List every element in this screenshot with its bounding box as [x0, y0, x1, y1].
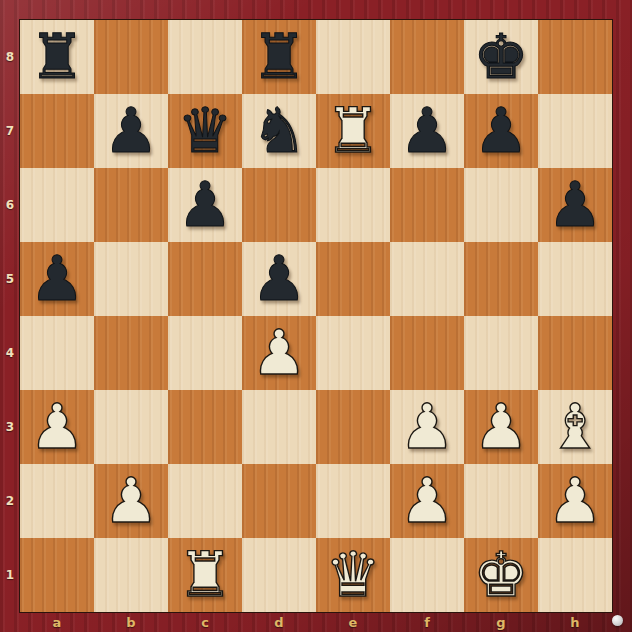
square-h3[interactable]: ♝ — [538, 390, 612, 464]
square-h1[interactable] — [538, 538, 612, 612]
square-f7[interactable]: ♟ — [390, 94, 464, 168]
file-labels: abcdefgh — [20, 612, 612, 632]
square-c8[interactable] — [168, 20, 242, 94]
white-king[interactable]: ♚ — [473, 538, 529, 612]
white-rook[interactable]: ♜ — [177, 538, 233, 612]
file-label-f: f — [390, 612, 464, 632]
white-pawn[interactable]: ♟ — [103, 464, 159, 538]
board-frame: ♜♜♚♟♛♞♜♟♟♟♟♟♟♟♟♟♟♝♟♟♟♜♛♚ 87654321 abcdef… — [0, 0, 632, 632]
file-label-d: d — [242, 612, 316, 632]
square-b3[interactable] — [94, 390, 168, 464]
square-g1[interactable]: ♚ — [464, 538, 538, 612]
chess-board: ♜♜♚♟♛♞♜♟♟♟♟♟♟♟♟♟♟♝♟♟♟♜♛♚ — [20, 20, 612, 612]
rank-label-5: 5 — [0, 242, 20, 316]
file-label-c: c — [168, 612, 242, 632]
square-h5[interactable] — [538, 242, 612, 316]
black-pawn[interactable]: ♟ — [29, 242, 85, 316]
corner-dot — [612, 615, 623, 626]
file-label-h: h — [538, 612, 612, 632]
square-a4[interactable] — [20, 316, 94, 390]
square-d1[interactable] — [242, 538, 316, 612]
square-d7[interactable]: ♞ — [242, 94, 316, 168]
square-a5[interactable]: ♟ — [20, 242, 94, 316]
black-king[interactable]: ♚ — [473, 20, 529, 94]
square-e1[interactable]: ♛ — [316, 538, 390, 612]
square-d8[interactable]: ♜ — [242, 20, 316, 94]
rank-label-7: 7 — [0, 94, 20, 168]
square-a7[interactable] — [20, 94, 94, 168]
square-d5[interactable]: ♟ — [242, 242, 316, 316]
square-f6[interactable] — [390, 168, 464, 242]
square-c4[interactable] — [168, 316, 242, 390]
black-queen[interactable]: ♛ — [177, 94, 233, 168]
square-f5[interactable] — [390, 242, 464, 316]
square-c7[interactable]: ♛ — [168, 94, 242, 168]
white-pawn[interactable]: ♟ — [29, 390, 85, 464]
black-pawn[interactable]: ♟ — [177, 168, 233, 242]
black-pawn[interactable]: ♟ — [399, 94, 455, 168]
square-h7[interactable] — [538, 94, 612, 168]
white-queen[interactable]: ♛ — [325, 538, 381, 612]
square-d3[interactable] — [242, 390, 316, 464]
square-g3[interactable]: ♟ — [464, 390, 538, 464]
square-a6[interactable] — [20, 168, 94, 242]
white-pawn[interactable]: ♟ — [473, 390, 529, 464]
rank-label-4: 4 — [0, 316, 20, 390]
square-e4[interactable] — [316, 316, 390, 390]
square-e2[interactable] — [316, 464, 390, 538]
rank-label-3: 3 — [0, 390, 20, 464]
rank-labels: 87654321 — [0, 20, 20, 612]
white-pawn[interactable]: ♟ — [399, 390, 455, 464]
square-f1[interactable] — [390, 538, 464, 612]
square-h2[interactable]: ♟ — [538, 464, 612, 538]
square-e6[interactable] — [316, 168, 390, 242]
file-label-g: g — [464, 612, 538, 632]
square-f3[interactable]: ♟ — [390, 390, 464, 464]
rank-label-1: 1 — [0, 538, 20, 612]
square-b6[interactable] — [94, 168, 168, 242]
rank-label-6: 6 — [0, 168, 20, 242]
white-pawn[interactable]: ♟ — [251, 316, 307, 390]
square-c2[interactable] — [168, 464, 242, 538]
white-rook[interactable]: ♜ — [325, 94, 381, 168]
rank-label-2: 2 — [0, 464, 20, 538]
rank-label-8: 8 — [0, 20, 20, 94]
square-e5[interactable] — [316, 242, 390, 316]
square-h4[interactable] — [538, 316, 612, 390]
square-g5[interactable] — [464, 242, 538, 316]
black-knight[interactable]: ♞ — [251, 94, 307, 168]
white-bishop[interactable]: ♝ — [547, 390, 603, 464]
file-label-b: b — [94, 612, 168, 632]
square-c1[interactable]: ♜ — [168, 538, 242, 612]
black-rook[interactable]: ♜ — [251, 20, 307, 94]
square-b8[interactable] — [94, 20, 168, 94]
square-g4[interactable] — [464, 316, 538, 390]
square-e3[interactable] — [316, 390, 390, 464]
square-a2[interactable] — [20, 464, 94, 538]
square-h8[interactable] — [538, 20, 612, 94]
file-label-a: a — [20, 612, 94, 632]
black-pawn[interactable]: ♟ — [547, 168, 603, 242]
square-d2[interactable] — [242, 464, 316, 538]
square-b7[interactable]: ♟ — [94, 94, 168, 168]
square-c6[interactable]: ♟ — [168, 168, 242, 242]
black-rook[interactable]: ♜ — [29, 20, 85, 94]
black-pawn[interactable]: ♟ — [251, 242, 307, 316]
square-g7[interactable]: ♟ — [464, 94, 538, 168]
square-g8[interactable]: ♚ — [464, 20, 538, 94]
square-a1[interactable] — [20, 538, 94, 612]
square-b1[interactable] — [94, 538, 168, 612]
square-d6[interactable] — [242, 168, 316, 242]
square-c5[interactable] — [168, 242, 242, 316]
square-d4[interactable]: ♟ — [242, 316, 316, 390]
square-g6[interactable] — [464, 168, 538, 242]
black-pawn[interactable]: ♟ — [103, 94, 159, 168]
square-a8[interactable]: ♜ — [20, 20, 94, 94]
white-pawn[interactable]: ♟ — [547, 464, 603, 538]
square-f4[interactable] — [390, 316, 464, 390]
square-a3[interactable]: ♟ — [20, 390, 94, 464]
white-pawn[interactable]: ♟ — [399, 464, 455, 538]
square-f8[interactable] — [390, 20, 464, 94]
file-label-e: e — [316, 612, 390, 632]
square-e8[interactable] — [316, 20, 390, 94]
square-g2[interactable] — [464, 464, 538, 538]
square-h6[interactable]: ♟ — [538, 168, 612, 242]
square-b5[interactable] — [94, 242, 168, 316]
square-b2[interactable]: ♟ — [94, 464, 168, 538]
square-b4[interactable] — [94, 316, 168, 390]
square-f2[interactable]: ♟ — [390, 464, 464, 538]
square-e7[interactable]: ♜ — [316, 94, 390, 168]
square-c3[interactable] — [168, 390, 242, 464]
black-pawn[interactable]: ♟ — [473, 94, 529, 168]
